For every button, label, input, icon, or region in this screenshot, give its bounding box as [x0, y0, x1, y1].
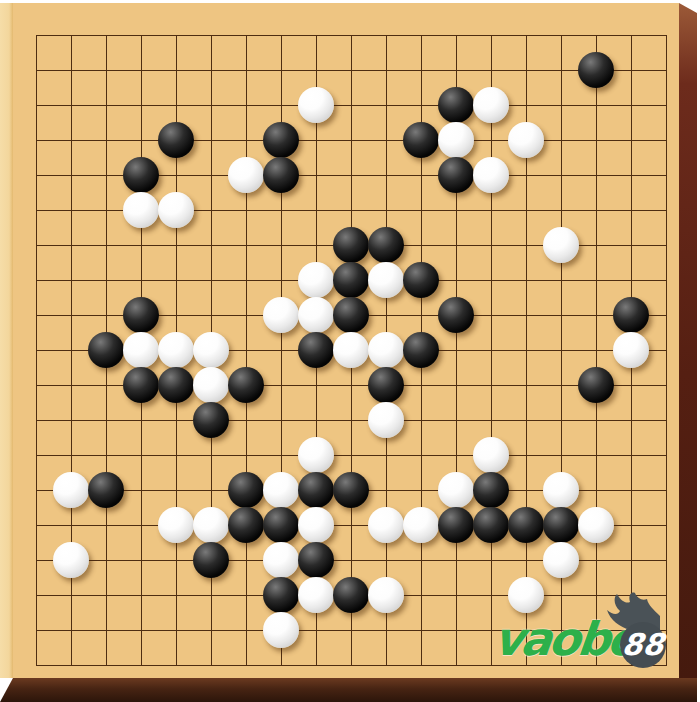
white-stone: [298, 297, 334, 333]
board-edge-left: [0, 3, 13, 678]
black-stone: [298, 332, 334, 368]
white-stone: [193, 367, 229, 403]
black-stone: [473, 472, 509, 508]
black-stone: [158, 367, 194, 403]
white-stone: [368, 402, 404, 438]
board-edge-right: [679, 3, 697, 678]
black-stone: [123, 297, 159, 333]
go-board: vaobo 88: [0, 0, 700, 702]
black-stone: [123, 367, 159, 403]
black-stone: [123, 157, 159, 193]
black-stone: [438, 157, 474, 193]
board-edge-bottom: [0, 678, 697, 702]
white-stone: [158, 192, 194, 228]
white-stone: [228, 157, 264, 193]
black-stone: [333, 297, 369, 333]
stones-layer: [36, 35, 667, 666]
logo-badge-number: 88: [621, 630, 666, 660]
black-stone: [403, 262, 439, 298]
white-stone: [368, 507, 404, 543]
white-stone: [368, 577, 404, 613]
white-stone: [263, 297, 299, 333]
white-stone: [473, 437, 509, 473]
black-stone: [158, 122, 194, 158]
white-stone: [193, 332, 229, 368]
black-stone: [578, 52, 614, 88]
white-stone: [508, 122, 544, 158]
white-stone: [438, 122, 474, 158]
white-stone: [298, 262, 334, 298]
black-stone: [438, 87, 474, 123]
black-stone: [333, 577, 369, 613]
white-stone: [473, 87, 509, 123]
black-stone: [368, 367, 404, 403]
black-stone: [193, 542, 229, 578]
white-stone: [543, 542, 579, 578]
black-stone: [333, 227, 369, 263]
white-stone: [613, 332, 649, 368]
black-stone: [228, 367, 264, 403]
white-stone: [298, 87, 334, 123]
black-stone: [438, 507, 474, 543]
white-stone: [368, 332, 404, 368]
white-stone: [333, 332, 369, 368]
black-stone: [193, 402, 229, 438]
white-stone: [123, 332, 159, 368]
black-stone: [543, 507, 579, 543]
black-stone: [263, 507, 299, 543]
white-stone: [543, 227, 579, 263]
white-stone: [158, 507, 194, 543]
white-stone: [158, 332, 194, 368]
black-stone: [228, 507, 264, 543]
black-stone: [298, 472, 334, 508]
black-stone: [403, 332, 439, 368]
black-stone: [368, 227, 404, 263]
black-stone: [88, 472, 124, 508]
white-stone: [193, 507, 229, 543]
black-stone: [578, 367, 614, 403]
white-stone: [578, 507, 614, 543]
black-stone: [263, 577, 299, 613]
black-stone: [263, 157, 299, 193]
black-stone: [403, 122, 439, 158]
logo-brand-text: vaobo: [492, 616, 639, 662]
vaobo88-logo: vaobo 88: [492, 592, 682, 676]
white-stone: [298, 577, 334, 613]
white-stone: [298, 507, 334, 543]
black-stone: [508, 507, 544, 543]
white-stone: [473, 157, 509, 193]
black-stone: [333, 262, 369, 298]
white-stone: [403, 507, 439, 543]
black-stone: [333, 472, 369, 508]
black-stone: [438, 297, 474, 333]
white-stone: [53, 472, 89, 508]
white-stone: [368, 262, 404, 298]
black-stone: [473, 507, 509, 543]
white-stone: [123, 192, 159, 228]
logo-badge-circle: 88: [620, 622, 666, 668]
white-stone: [298, 437, 334, 473]
black-stone: [263, 122, 299, 158]
black-stone: [613, 297, 649, 333]
white-stone: [263, 472, 299, 508]
white-stone: [263, 542, 299, 578]
black-stone: [228, 472, 264, 508]
white-stone: [53, 542, 89, 578]
black-stone: [88, 332, 124, 368]
white-stone: [543, 472, 579, 508]
black-stone: [298, 542, 334, 578]
white-stone: [438, 472, 474, 508]
white-stone: [263, 612, 299, 648]
